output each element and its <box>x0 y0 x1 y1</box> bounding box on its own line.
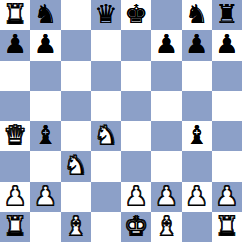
white-rook[interactable]: ♜ <box>3 213 26 239</box>
black-knight[interactable]: ♞ <box>185 1 208 27</box>
square-g7[interactable]: ♟ <box>182 30 212 60</box>
black-pawn[interactable]: ♟ <box>34 31 57 57</box>
square-e7[interactable] <box>121 30 151 60</box>
square-c8[interactable] <box>61 0 91 30</box>
square-a8[interactable]: ♜ <box>0 0 30 30</box>
square-a6[interactable] <box>0 61 30 91</box>
square-c4[interactable] <box>61 121 91 151</box>
white-pawn[interactable]: ♟ <box>3 183 26 209</box>
square-c7[interactable] <box>61 30 91 60</box>
square-g1[interactable] <box>182 212 212 242</box>
black-pawn[interactable]: ♟ <box>185 31 208 57</box>
square-a3[interactable] <box>0 151 30 181</box>
white-pawn[interactable]: ♟ <box>215 183 238 209</box>
square-d6[interactable] <box>91 61 121 91</box>
square-e4[interactable] <box>121 121 151 151</box>
black-bishop[interactable]: ♝ <box>34 122 57 148</box>
white-knight[interactable]: ♞ <box>94 122 117 148</box>
black-queen[interactable]: ♛ <box>94 1 117 27</box>
square-h4[interactable] <box>212 121 242 151</box>
square-f3[interactable] <box>151 151 181 181</box>
black-knight[interactable]: ♞ <box>34 1 57 27</box>
white-pawn[interactable]: ♟ <box>185 183 208 209</box>
square-h5[interactable] <box>212 91 242 121</box>
square-d4[interactable]: ♞ <box>91 121 121 151</box>
chess-board: ♜♞♛♚♞♜♟♟♟♟♟♛♝♞♝♞♟♟♟♟♟♟♜♝♚♝♜ <box>0 0 242 242</box>
square-g2[interactable]: ♟ <box>182 182 212 212</box>
square-c3[interactable]: ♞ <box>61 151 91 181</box>
square-d2[interactable] <box>91 182 121 212</box>
square-b3[interactable] <box>30 151 60 181</box>
square-b6[interactable] <box>30 61 60 91</box>
square-f5[interactable] <box>151 91 181 121</box>
square-e8[interactable]: ♚ <box>121 0 151 30</box>
square-g8[interactable]: ♞ <box>182 0 212 30</box>
square-h1[interactable]: ♜ <box>212 212 242 242</box>
square-g6[interactable] <box>182 61 212 91</box>
square-d3[interactable] <box>91 151 121 181</box>
square-a4[interactable]: ♛ <box>0 121 30 151</box>
square-e5[interactable] <box>121 91 151 121</box>
white-pawn[interactable]: ♟ <box>124 183 147 209</box>
square-c2[interactable] <box>61 182 91 212</box>
square-d7[interactable] <box>91 30 121 60</box>
square-a7[interactable]: ♟ <box>0 30 30 60</box>
square-g3[interactable] <box>182 151 212 181</box>
square-a2[interactable]: ♟ <box>0 182 30 212</box>
square-c6[interactable] <box>61 61 91 91</box>
square-f1[interactable]: ♝ <box>151 212 181 242</box>
square-h3[interactable] <box>212 151 242 181</box>
square-b8[interactable]: ♞ <box>30 0 60 30</box>
square-h2[interactable]: ♟ <box>212 182 242 212</box>
square-d1[interactable] <box>91 212 121 242</box>
white-bishop[interactable]: ♝ <box>155 213 178 239</box>
square-f2[interactable]: ♟ <box>151 182 181 212</box>
square-e6[interactable] <box>121 61 151 91</box>
square-f4[interactable] <box>151 121 181 151</box>
square-f8[interactable] <box>151 0 181 30</box>
square-b5[interactable] <box>30 91 60 121</box>
square-h6[interactable] <box>212 61 242 91</box>
white-queen[interactable]: ♛ <box>3 122 26 148</box>
square-d8[interactable]: ♛ <box>91 0 121 30</box>
black-pawn[interactable]: ♟ <box>215 31 238 57</box>
square-e1[interactable]: ♚ <box>121 212 151 242</box>
black-pawn[interactable]: ♟ <box>155 31 178 57</box>
square-h8[interactable]: ♜ <box>212 0 242 30</box>
square-b1[interactable] <box>30 212 60 242</box>
square-e2[interactable]: ♟ <box>121 182 151 212</box>
square-e3[interactable] <box>121 151 151 181</box>
white-bishop[interactable]: ♝ <box>64 213 87 239</box>
white-king[interactable]: ♚ <box>124 213 147 239</box>
square-d5[interactable] <box>91 91 121 121</box>
black-bishop[interactable]: ♝ <box>185 122 208 148</box>
square-b2[interactable]: ♟ <box>30 182 60 212</box>
square-a5[interactable] <box>0 91 30 121</box>
white-rook[interactable]: ♜ <box>3 1 26 27</box>
white-pawn[interactable]: ♟ <box>34 183 57 209</box>
white-rook[interactable]: ♜ <box>215 213 238 239</box>
white-pawn[interactable]: ♟ <box>155 183 178 209</box>
square-g4[interactable]: ♝ <box>182 121 212 151</box>
square-c5[interactable] <box>61 91 91 121</box>
square-b7[interactable]: ♟ <box>30 30 60 60</box>
black-rook[interactable]: ♜ <box>215 1 238 27</box>
square-h7[interactable]: ♟ <box>212 30 242 60</box>
white-knight[interactable]: ♞ <box>64 152 87 178</box>
square-b4[interactable]: ♝ <box>30 121 60 151</box>
square-a1[interactable]: ♜ <box>0 212 30 242</box>
square-g5[interactable] <box>182 91 212 121</box>
black-pawn[interactable]: ♟ <box>3 31 26 57</box>
square-c1[interactable]: ♝ <box>61 212 91 242</box>
square-f6[interactable] <box>151 61 181 91</box>
black-king[interactable]: ♚ <box>124 1 147 27</box>
square-f7[interactable]: ♟ <box>151 30 181 60</box>
